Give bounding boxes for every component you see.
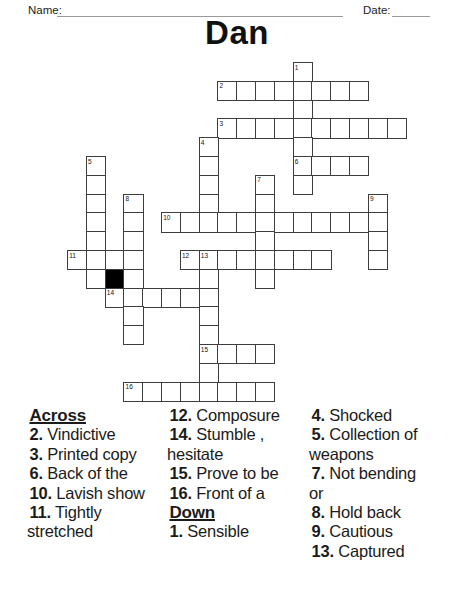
grid-cell[interactable] bbox=[217, 118, 237, 138]
grid-cell[interactable] bbox=[123, 382, 143, 402]
grid-cell[interactable] bbox=[236, 250, 256, 270]
clue-column-down: 4. Shocked5. Collection of weapons7. Not… bbox=[309, 406, 471, 561]
grid-cell[interactable] bbox=[311, 250, 331, 270]
grid-cell[interactable] bbox=[199, 156, 219, 176]
grid-cell[interactable] bbox=[236, 118, 256, 138]
clue-16: 16. Front of a bbox=[167, 484, 307, 503]
grid-cell[interactable] bbox=[199, 269, 219, 289]
clue-number: 1. bbox=[170, 522, 183, 540]
grid-cell[interactable] bbox=[86, 231, 106, 251]
clue-number: 4. bbox=[312, 406, 325, 424]
clue-8: 8. Hold back bbox=[309, 503, 471, 522]
grid-cell[interactable] bbox=[142, 288, 162, 308]
grid-cell[interactable] bbox=[123, 288, 143, 308]
grid-cell[interactable] bbox=[293, 62, 313, 82]
grid-cell[interactable] bbox=[199, 288, 219, 308]
grid-cell[interactable] bbox=[311, 118, 331, 138]
grid-cell[interactable] bbox=[199, 363, 219, 383]
grid-cell[interactable] bbox=[236, 344, 256, 364]
grid-cell[interactable] bbox=[142, 382, 162, 402]
grid-cell[interactable] bbox=[311, 212, 331, 232]
grid-cell[interactable] bbox=[123, 325, 143, 345]
grid-cell[interactable] bbox=[255, 194, 275, 214]
puzzle-title: Dan bbox=[0, 14, 474, 52]
clue-number: 11. bbox=[30, 503, 51, 521]
grid-cell[interactable] bbox=[199, 250, 219, 270]
grid-cell[interactable] bbox=[293, 81, 313, 101]
clue-number: 10. bbox=[30, 484, 52, 502]
grid-cell[interactable] bbox=[217, 212, 237, 232]
grid-cell[interactable] bbox=[311, 156, 331, 176]
grid-cell[interactable] bbox=[217, 250, 237, 270]
grid-cell[interactable] bbox=[349, 212, 369, 232]
clue-column-across: Across2. Vindictive3. Printed copy6. Bac… bbox=[27, 406, 165, 542]
grid-cell[interactable] bbox=[330, 156, 350, 176]
grid-cell[interactable] bbox=[86, 250, 106, 270]
grid-cell[interactable] bbox=[274, 118, 294, 138]
clue-13: 13. Captured bbox=[309, 542, 471, 561]
clue-6: 6. Back of the bbox=[27, 464, 165, 483]
grid-cell[interactable] bbox=[349, 118, 369, 138]
crossword-grid: 12345678910111213141516 bbox=[67, 62, 407, 402]
grid-cell[interactable] bbox=[199, 344, 219, 364]
across-header: Across bbox=[27, 406, 165, 425]
clue-number: 13. bbox=[312, 542, 334, 560]
grid-cell[interactable] bbox=[274, 250, 294, 270]
grid-cell[interactable] bbox=[293, 118, 313, 138]
grid-cell[interactable] bbox=[255, 269, 275, 289]
clue-9: 9. Cautious bbox=[309, 522, 471, 541]
clue-4: 4. Shocked bbox=[309, 406, 471, 425]
clue-15: 15. Prove to be bbox=[167, 464, 307, 483]
grid-cell[interactable] bbox=[86, 194, 106, 214]
grid-cell[interactable] bbox=[236, 212, 256, 232]
grid-cell[interactable] bbox=[293, 212, 313, 232]
grid-cell[interactable] bbox=[330, 212, 350, 232]
grid-cell[interactable] bbox=[86, 212, 106, 232]
grid-cell[interactable] bbox=[255, 81, 275, 101]
grid-cell[interactable] bbox=[293, 175, 313, 195]
grid-cell[interactable] bbox=[311, 81, 331, 101]
grid-cell[interactable] bbox=[161, 212, 181, 232]
grid-cell[interactable] bbox=[368, 212, 388, 232]
grid-cell[interactable] bbox=[274, 81, 294, 101]
grid-cell[interactable] bbox=[368, 118, 388, 138]
grid-cell[interactable] bbox=[293, 156, 313, 176]
grid-cell[interactable] bbox=[123, 269, 143, 289]
grid-cell[interactable] bbox=[180, 288, 200, 308]
grid-cell[interactable] bbox=[217, 81, 237, 101]
grid-cell[interactable] bbox=[180, 250, 200, 270]
grid-cell[interactable] bbox=[330, 81, 350, 101]
grid-cell[interactable] bbox=[86, 175, 106, 195]
grid-cell[interactable] bbox=[123, 194, 143, 214]
clue-number: 16. bbox=[170, 484, 192, 502]
grid-cell[interactable] bbox=[368, 231, 388, 251]
grid-cell[interactable] bbox=[123, 212, 143, 232]
grid-cell[interactable] bbox=[293, 100, 313, 120]
grid-cell[interactable] bbox=[123, 306, 143, 326]
grid-cell[interactable] bbox=[199, 137, 219, 157]
grid-cell[interactable] bbox=[387, 118, 407, 138]
grid-cell[interactable] bbox=[105, 288, 125, 308]
clue-number: 12. bbox=[170, 406, 192, 424]
clue-12: 12. Composure bbox=[167, 406, 307, 425]
grid-cell[interactable] bbox=[161, 288, 181, 308]
grid-cell[interactable] bbox=[349, 156, 369, 176]
grid-cell[interactable] bbox=[217, 344, 237, 364]
clue-number: 2. bbox=[30, 425, 43, 443]
clue-10: 10. Lavish show bbox=[27, 484, 165, 503]
clue-number: 14. bbox=[170, 425, 192, 443]
clue-number: 6. bbox=[30, 464, 43, 482]
clue-column-middle: 12. Composure14. Stumble , hesitate15. P… bbox=[167, 406, 307, 542]
grid-cell[interactable] bbox=[199, 194, 219, 214]
clue-5: 5. Collection of weapons bbox=[309, 425, 471, 464]
grid-cell[interactable] bbox=[199, 382, 219, 402]
grid-cell[interactable] bbox=[293, 137, 313, 157]
grid-cell[interactable] bbox=[180, 382, 200, 402]
grid-cell[interactable] bbox=[123, 231, 143, 251]
grid-cell[interactable] bbox=[67, 250, 87, 270]
grid-cell[interactable] bbox=[255, 231, 275, 251]
grid-cell[interactable] bbox=[368, 250, 388, 270]
grid-cell[interactable] bbox=[86, 269, 106, 289]
clue-11: 11. Tightly stretched bbox=[27, 503, 165, 542]
crossword-worksheet: Name: Date: Dan 12345678910111213141516 … bbox=[0, 0, 474, 613]
black-cell bbox=[105, 269, 125, 289]
grid-cell[interactable] bbox=[123, 250, 143, 270]
clue-number: 3. bbox=[30, 445, 43, 463]
grid-cell[interactable] bbox=[255, 250, 275, 270]
grid-cell[interactable] bbox=[330, 118, 350, 138]
clue-number: 15. bbox=[170, 464, 192, 482]
grid-cell[interactable] bbox=[199, 212, 219, 232]
grid-cell[interactable] bbox=[199, 325, 219, 345]
grid-cell[interactable] bbox=[236, 81, 256, 101]
grid-cell[interactable] bbox=[217, 382, 237, 402]
grid-cell[interactable] bbox=[349, 81, 369, 101]
clue-14: 14. Stumble , hesitate bbox=[167, 425, 307, 464]
grid-cell[interactable] bbox=[255, 175, 275, 195]
grid-cell[interactable] bbox=[199, 175, 219, 195]
clue-1: 1. Sensible bbox=[167, 522, 307, 541]
grid-cell[interactable] bbox=[199, 306, 219, 326]
clue-number: 8. bbox=[312, 503, 325, 521]
grid-cell[interactable] bbox=[255, 212, 275, 232]
grid-cell[interactable] bbox=[180, 212, 200, 232]
grid-cell[interactable] bbox=[255, 382, 275, 402]
grid-cell[interactable] bbox=[161, 382, 181, 402]
grid-cell[interactable] bbox=[255, 344, 275, 364]
grid-cell[interactable] bbox=[236, 382, 256, 402]
clue-number: 9. bbox=[312, 522, 325, 540]
grid-cell[interactable] bbox=[86, 156, 106, 176]
grid-cell[interactable] bbox=[105, 250, 125, 270]
clue-3: 3. Printed copy bbox=[27, 445, 165, 464]
grid-cell[interactable] bbox=[274, 212, 294, 232]
grid-cell[interactable] bbox=[255, 118, 275, 138]
clue-number: 7. bbox=[312, 464, 325, 482]
grid-cell[interactable] bbox=[293, 250, 313, 270]
clue-2: 2. Vindictive bbox=[27, 425, 165, 444]
grid-cell[interactable] bbox=[368, 194, 388, 214]
down-header: Down bbox=[167, 503, 307, 522]
clue-7: 7. Not bending or bbox=[309, 464, 471, 503]
clue-number: 5. bbox=[312, 425, 325, 443]
